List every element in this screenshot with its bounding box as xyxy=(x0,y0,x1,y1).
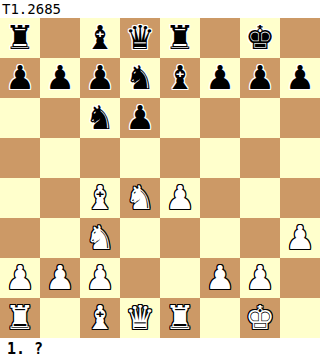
square-g8[interactable]: ♚ xyxy=(240,18,280,58)
square-f4[interactable] xyxy=(200,178,240,218)
black-queen: ♛ xyxy=(125,18,155,58)
square-c1[interactable]: ♝ xyxy=(80,298,120,338)
black-rook: ♜ xyxy=(5,18,35,58)
black-pawn: ♟ xyxy=(85,58,115,98)
square-e6[interactable] xyxy=(160,98,200,138)
black-pawn: ♟ xyxy=(125,98,155,138)
square-e7[interactable]: ♝ xyxy=(160,58,200,98)
black-pawn: ♟ xyxy=(45,58,75,98)
square-e8[interactable]: ♜ xyxy=(160,18,200,58)
square-g4[interactable] xyxy=(240,178,280,218)
square-a5[interactable] xyxy=(0,138,40,178)
square-f7[interactable]: ♟ xyxy=(200,58,240,98)
square-d5[interactable] xyxy=(120,138,160,178)
square-f8[interactable] xyxy=(200,18,240,58)
square-f2[interactable]: ♟ xyxy=(200,258,240,298)
white-rook: ♜ xyxy=(5,298,35,338)
square-a3[interactable] xyxy=(0,218,40,258)
square-d1[interactable]: ♛ xyxy=(120,298,160,338)
square-e4[interactable]: ♟ xyxy=(160,178,200,218)
black-pawn: ♟ xyxy=(245,58,275,98)
black-pawn: ♟ xyxy=(5,58,35,98)
square-d7[interactable]: ♞ xyxy=(120,58,160,98)
white-knight: ♞ xyxy=(125,178,155,218)
white-bishop: ♝ xyxy=(85,178,115,218)
square-d3[interactable] xyxy=(120,218,160,258)
chess-board: ♜♝♛♜♚♟♟♟♞♝♟♟♟♞♟♝♞♟♞♟♟♟♟♟♟♜♝♛♜♚ xyxy=(0,18,320,338)
square-g7[interactable]: ♟ xyxy=(240,58,280,98)
square-d8[interactable]: ♛ xyxy=(120,18,160,58)
square-e3[interactable] xyxy=(160,218,200,258)
square-b2[interactable]: ♟ xyxy=(40,258,80,298)
square-e5[interactable] xyxy=(160,138,200,178)
square-d6[interactable]: ♟ xyxy=(120,98,160,138)
black-pawn: ♟ xyxy=(285,58,315,98)
white-pawn: ♟ xyxy=(5,258,35,298)
square-c7[interactable]: ♟ xyxy=(80,58,120,98)
square-c5[interactable] xyxy=(80,138,120,178)
white-king: ♚ xyxy=(245,298,275,338)
square-g1[interactable]: ♚ xyxy=(240,298,280,338)
puzzle-title: T1.2685 xyxy=(0,0,320,18)
square-c6[interactable]: ♞ xyxy=(80,98,120,138)
white-knight: ♞ xyxy=(85,218,115,258)
white-pawn: ♟ xyxy=(245,258,275,298)
square-g6[interactable] xyxy=(240,98,280,138)
square-a4[interactable] xyxy=(0,178,40,218)
white-pawn: ♟ xyxy=(85,258,115,298)
square-h7[interactable]: ♟ xyxy=(280,58,320,98)
square-a8[interactable]: ♜ xyxy=(0,18,40,58)
square-h5[interactable] xyxy=(280,138,320,178)
square-c4[interactable]: ♝ xyxy=(80,178,120,218)
white-bishop: ♝ xyxy=(85,298,115,338)
square-h8[interactable] xyxy=(280,18,320,58)
square-f3[interactable] xyxy=(200,218,240,258)
square-e1[interactable]: ♜ xyxy=(160,298,200,338)
chess-app-window: T1.2685 ♜♝♛♜♚♟♟♟♞♝♟♟♟♞♟♝♞♟♞♟♟♟♟♟♟♜♝♛♜♚ 1… xyxy=(0,0,320,360)
square-d4[interactable]: ♞ xyxy=(120,178,160,218)
square-f6[interactable] xyxy=(200,98,240,138)
black-pawn: ♟ xyxy=(205,58,235,98)
black-bishop: ♝ xyxy=(85,18,115,58)
white-rook: ♜ xyxy=(165,298,195,338)
black-knight: ♞ xyxy=(85,98,115,138)
square-f5[interactable] xyxy=(200,138,240,178)
black-bishop: ♝ xyxy=(165,58,195,98)
square-h6[interactable] xyxy=(280,98,320,138)
square-a2[interactable]: ♟ xyxy=(0,258,40,298)
square-b6[interactable] xyxy=(40,98,80,138)
square-e2[interactable] xyxy=(160,258,200,298)
square-g3[interactable] xyxy=(240,218,280,258)
black-knight: ♞ xyxy=(125,58,155,98)
square-b7[interactable]: ♟ xyxy=(40,58,80,98)
black-rook: ♜ xyxy=(165,18,195,58)
square-a6[interactable] xyxy=(0,98,40,138)
white-pawn: ♟ xyxy=(205,258,235,298)
white-queen: ♛ xyxy=(125,298,155,338)
square-a1[interactable]: ♜ xyxy=(0,298,40,338)
white-pawn: ♟ xyxy=(165,178,195,218)
square-b3[interactable] xyxy=(40,218,80,258)
square-c3[interactable]: ♞ xyxy=(80,218,120,258)
square-f1[interactable] xyxy=(200,298,240,338)
square-b5[interactable] xyxy=(40,138,80,178)
square-g5[interactable] xyxy=(240,138,280,178)
square-a7[interactable]: ♟ xyxy=(0,58,40,98)
square-h3[interactable]: ♟ xyxy=(280,218,320,258)
square-h1[interactable] xyxy=(280,298,320,338)
square-b4[interactable] xyxy=(40,178,80,218)
square-g2[interactable]: ♟ xyxy=(240,258,280,298)
white-pawn: ♟ xyxy=(45,258,75,298)
white-pawn: ♟ xyxy=(285,218,315,258)
move-prompt: 1. ? xyxy=(0,338,320,360)
black-king: ♚ xyxy=(245,18,275,58)
square-d2[interactable] xyxy=(120,258,160,298)
square-c2[interactable]: ♟ xyxy=(80,258,120,298)
square-b8[interactable] xyxy=(40,18,80,58)
square-c8[interactable]: ♝ xyxy=(80,18,120,58)
square-h2[interactable] xyxy=(280,258,320,298)
square-b1[interactable] xyxy=(40,298,80,338)
square-h4[interactable] xyxy=(280,178,320,218)
